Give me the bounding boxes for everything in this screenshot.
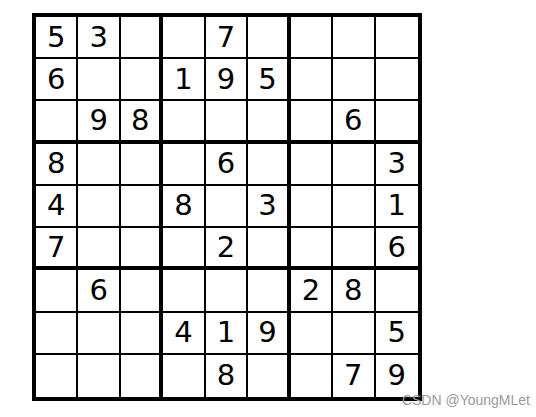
cell-r7c1[interactable] — [36, 270, 78, 312]
sudoku-board: 537619598686348317266284195879 — [32, 13, 422, 401]
cell-r7c5[interactable] — [206, 270, 248, 312]
cell-r3c4[interactable] — [163, 101, 205, 143]
cell-r4c6[interactable] — [248, 144, 290, 186]
cell-r7c8[interactable]: 8 — [333, 270, 375, 312]
cell-r7c3[interactable] — [121, 270, 163, 312]
cell-r4c1[interactable]: 8 — [36, 144, 78, 186]
cell-r9c3[interactable] — [121, 355, 163, 397]
cell-r2c2[interactable] — [78, 59, 120, 101]
cell-r9c4[interactable] — [163, 355, 205, 397]
cell-r7c2[interactable]: 6 — [78, 270, 120, 312]
cell-r2c4[interactable]: 1 — [163, 59, 205, 101]
cell-r2c8[interactable] — [333, 59, 375, 101]
cell-r6c7[interactable] — [291, 228, 333, 270]
cell-r3c7[interactable] — [291, 101, 333, 143]
cell-r8c7[interactable] — [291, 313, 333, 355]
cell-r3c3[interactable]: 8 — [121, 101, 163, 143]
cell-r9c7[interactable] — [291, 355, 333, 397]
cell-r1c5[interactable]: 7 — [206, 17, 248, 59]
cell-r8c8[interactable] — [333, 313, 375, 355]
cell-r8c5[interactable]: 1 — [206, 313, 248, 355]
cell-r8c3[interactable] — [121, 313, 163, 355]
cell-r6c4[interactable] — [163, 228, 205, 270]
cell-r6c6[interactable] — [248, 228, 290, 270]
cell-r4c3[interactable] — [121, 144, 163, 186]
cell-r7c9[interactable] — [376, 270, 418, 312]
cell-r5c3[interactable] — [121, 186, 163, 228]
cell-r1c9[interactable] — [376, 17, 418, 59]
cell-r1c8[interactable] — [333, 17, 375, 59]
cell-r4c5[interactable]: 6 — [206, 144, 248, 186]
cell-r9c9[interactable]: 9 — [376, 355, 418, 397]
cell-r2c5[interactable]: 9 — [206, 59, 248, 101]
cell-r6c8[interactable] — [333, 228, 375, 270]
cell-r6c3[interactable] — [121, 228, 163, 270]
cell-r5c6[interactable]: 3 — [248, 186, 290, 228]
cell-r5c9[interactable]: 1 — [376, 186, 418, 228]
cell-r8c1[interactable] — [36, 313, 78, 355]
cell-r5c4[interactable]: 8 — [163, 186, 205, 228]
cell-r2c7[interactable] — [291, 59, 333, 101]
cell-r2c9[interactable] — [376, 59, 418, 101]
cell-r1c6[interactable] — [248, 17, 290, 59]
cell-r1c4[interactable] — [163, 17, 205, 59]
cell-r4c2[interactable] — [78, 144, 120, 186]
cell-r9c8[interactable]: 7 — [333, 355, 375, 397]
cell-r7c6[interactable] — [248, 270, 290, 312]
cell-r7c4[interactable] — [163, 270, 205, 312]
cell-r1c2[interactable]: 3 — [78, 17, 120, 59]
cell-r5c5[interactable] — [206, 186, 248, 228]
cell-r6c9[interactable]: 6 — [376, 228, 418, 270]
cell-r6c1[interactable]: 7 — [36, 228, 78, 270]
cell-r7c7[interactable]: 2 — [291, 270, 333, 312]
cell-r4c8[interactable] — [333, 144, 375, 186]
cell-r3c8[interactable]: 6 — [333, 101, 375, 143]
cell-r5c1[interactable]: 4 — [36, 186, 78, 228]
cell-r3c1[interactable] — [36, 101, 78, 143]
cell-r3c2[interactable]: 9 — [78, 101, 120, 143]
cell-r1c7[interactable] — [291, 17, 333, 59]
cell-r9c1[interactable] — [36, 355, 78, 397]
cell-r2c3[interactable] — [121, 59, 163, 101]
cell-r1c3[interactable] — [121, 17, 163, 59]
cell-r4c4[interactable] — [163, 144, 205, 186]
cell-r2c1[interactable]: 6 — [36, 59, 78, 101]
cell-r1c1[interactable]: 5 — [36, 17, 78, 59]
cell-r5c2[interactable] — [78, 186, 120, 228]
cell-r3c6[interactable] — [248, 101, 290, 143]
cell-r5c7[interactable] — [291, 186, 333, 228]
cell-r3c9[interactable] — [376, 101, 418, 143]
cell-r3c5[interactable] — [206, 101, 248, 143]
cell-r8c6[interactable]: 9 — [248, 313, 290, 355]
cell-r9c2[interactable] — [78, 355, 120, 397]
cell-r6c2[interactable] — [78, 228, 120, 270]
cell-r8c2[interactable] — [78, 313, 120, 355]
cell-r4c7[interactable] — [291, 144, 333, 186]
watermark-text: CSDN @YoungMLet — [402, 392, 530, 408]
cell-r8c9[interactable]: 5 — [376, 313, 418, 355]
cell-r2c6[interactable]: 5 — [248, 59, 290, 101]
cell-r6c5[interactable]: 2 — [206, 228, 248, 270]
cell-r4c9[interactable]: 3 — [376, 144, 418, 186]
cell-r8c4[interactable]: 4 — [163, 313, 205, 355]
cell-r9c5[interactable]: 8 — [206, 355, 248, 397]
cell-r9c6[interactable] — [248, 355, 290, 397]
cell-r5c8[interactable] — [333, 186, 375, 228]
